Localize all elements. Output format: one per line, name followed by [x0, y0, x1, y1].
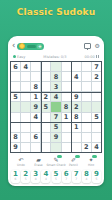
cell-r8c2[interactable]	[21, 133, 30, 142]
tool-smart-check[interactable]: ✎Smart Check	[48, 156, 64, 167]
cell-r9c5[interactable]	[51, 143, 60, 152]
cell-r8c3[interactable]: 6	[31, 133, 40, 142]
numpad-key-2[interactable]: 25	[21, 170, 30, 183]
cell-r4c2[interactable]	[21, 92, 30, 101]
cell-r6c3[interactable]: 4	[31, 113, 40, 122]
key-remaining-count: 5	[55, 178, 57, 182]
tool-badge	[92, 155, 97, 158]
timer-group: 00:00	[85, 55, 99, 59]
cell-r4c1[interactable]: 5	[11, 92, 20, 101]
cell-r9c3[interactable]	[31, 143, 40, 152]
plus-icon[interactable]: +	[37, 44, 42, 49]
rewards-pill[interactable]: +	[17, 43, 44, 50]
cell-r9c2[interactable]	[21, 143, 30, 152]
cell-r8c1[interactable]: 8	[11, 133, 20, 142]
cell-r2c4[interactable]	[41, 72, 50, 81]
key-remaining-count: 8	[35, 178, 37, 182]
tool-label: Smart Check	[46, 163, 65, 167]
cell-r2c7[interactable]: 4	[72, 72, 81, 81]
cell-r4c6[interactable]	[62, 92, 71, 101]
pause-icon[interactable]	[96, 55, 99, 58]
cell-r9c1[interactable]: 9	[11, 143, 20, 152]
cell-r5c7[interactable]: 2	[72, 102, 81, 111]
cell-r2c1[interactable]	[11, 72, 20, 81]
box-separator	[71, 62, 72, 152]
cell-r3c5[interactable]: 3	[51, 82, 60, 91]
cell-r6c1[interactable]	[11, 113, 20, 122]
key-remaining-count: 5	[25, 178, 27, 182]
back-icon[interactable]: ‹	[12, 42, 15, 50]
numpad-key-4[interactable]: 44	[41, 170, 50, 183]
cell-r3c9[interactable]	[92, 82, 101, 91]
cell-r6c2[interactable]	[21, 113, 30, 122]
tool-label: Undo	[17, 163, 25, 167]
tool-label: Pencil	[69, 163, 78, 167]
timer-label: 00:00	[85, 55, 95, 59]
cell-r3c6[interactable]	[62, 82, 71, 91]
cell-r9c7[interactable]	[72, 143, 81, 152]
cell-r6c5[interactable]: 7	[51, 113, 60, 122]
key-remaining-count: 5	[96, 178, 98, 182]
difficulty-label: Easy	[17, 55, 25, 59]
cell-r7c6[interactable]	[62, 123, 71, 132]
cell-r8c8[interactable]	[82, 133, 91, 142]
key-remaining-count: 7	[75, 178, 77, 182]
settings-gear-icon[interactable]: ⚙	[95, 43, 100, 49]
undo-icon: ↶	[18, 156, 23, 163]
top-bar-icons: ⚙	[84, 43, 100, 49]
difficulty-icon	[13, 55, 16, 58]
number-pad: 162538445567778495	[8, 167, 104, 183]
numpad-key-9[interactable]: 95	[92, 170, 101, 183]
cell-r4c5[interactable]: 4	[51, 92, 60, 101]
cell-r5c1[interactable]	[11, 102, 20, 111]
cell-r5c4[interactable]: 5	[41, 102, 50, 111]
difficulty-group: Easy	[13, 55, 25, 59]
cell-r1c8[interactable]	[82, 62, 91, 71]
cell-r7c7[interactable]: 1	[72, 123, 81, 132]
cell-r5c5[interactable]	[51, 102, 60, 111]
key-remaining-count: 6	[15, 178, 17, 182]
key-remaining-count: 4	[45, 178, 47, 182]
cell-r7c8[interactable]	[82, 123, 91, 132]
box-separator	[11, 122, 101, 123]
key-remaining-count: 4	[85, 178, 87, 182]
tool-label: Erase	[34, 163, 42, 167]
cell-r5c8[interactable]	[82, 102, 91, 111]
tool-erase[interactable]: ▰Erase	[31, 156, 47, 167]
cell-r2c5[interactable]: 8	[51, 72, 60, 81]
tool-pencil[interactable]: ✐Pencil	[66, 156, 82, 167]
cell-r8c9[interactable]	[92, 133, 101, 142]
cell-r9c8[interactable]: 2	[82, 143, 91, 152]
promo-screen: Classic Sudoku ‹ + ⚙ Easy Mistakes: 0/3 …	[0, 0, 112, 200]
tool-badge	[57, 155, 62, 158]
numpad-key-3[interactable]: 38	[31, 170, 40, 183]
eraser-icon: ▰	[36, 156, 41, 163]
cell-r5c2[interactable]	[21, 102, 30, 111]
box-separator	[11, 92, 101, 93]
cell-r7c3[interactable]	[31, 123, 40, 132]
cell-r5c6[interactable]: 8	[62, 102, 71, 111]
numpad-key-7[interactable]: 77	[72, 170, 81, 183]
cell-r3c3[interactable]: 8	[31, 82, 40, 91]
tool-badge	[75, 155, 80, 158]
sudoku-grid: 647842835124995824718551869924	[11, 62, 101, 152]
cell-r6c7[interactable]: 8	[72, 113, 81, 122]
cell-r3c8[interactable]	[82, 82, 91, 91]
sudoku-board: 647842835124995824718551869924	[10, 61, 102, 153]
cell-r2c6[interactable]	[62, 72, 71, 81]
tool-hint[interactable]: ✦Hint	[83, 156, 99, 167]
cell-r7c2[interactable]	[21, 123, 30, 132]
cell-r9c9[interactable]: 4	[92, 143, 101, 152]
cell-r3c2[interactable]	[21, 82, 30, 91]
top-bar: ‹ + ⚙	[8, 36, 104, 52]
page-title: Classic Sudoku	[0, 7, 112, 17]
cell-r1c5[interactable]	[51, 62, 60, 71]
cell-r2c9[interactable]: 2	[92, 72, 101, 81]
cell-r7c9[interactable]	[92, 123, 101, 132]
cell-r1c7[interactable]	[72, 62, 81, 71]
cell-r8c5[interactable]: 9	[51, 133, 60, 142]
cell-r2c3[interactable]	[31, 72, 40, 81]
tool-bar: ↶Undo▰Erase✎Smart Check✐Pencil✦Hint	[8, 153, 104, 167]
cell-r4c4[interactable]: 2	[41, 92, 50, 101]
cell-r1c2[interactable]: 4	[21, 62, 30, 71]
cell-r1c3[interactable]	[31, 62, 40, 71]
cell-r7c5[interactable]: 5	[51, 123, 60, 132]
theme-icon[interactable]	[84, 43, 91, 49]
cell-r4c7[interactable]: 9	[72, 92, 81, 101]
status-bar: Easy Mistakes: 0/3 00:00	[8, 52, 104, 61]
cell-r6c8[interactable]	[82, 113, 91, 122]
cell-r4c9[interactable]	[92, 92, 101, 101]
numpad-key-1[interactable]: 16	[11, 170, 20, 183]
key-remaining-count: 7	[65, 178, 67, 182]
cell-r8c4[interactable]	[41, 133, 50, 142]
app-screenshot-card: ‹ + ⚙ Easy Mistakes: 0/3 00:00	[8, 36, 104, 186]
numpad-key-5[interactable]: 55	[52, 170, 61, 183]
cell-r3c4[interactable]	[41, 82, 50, 91]
cell-r6c9[interactable]: 5	[92, 113, 101, 122]
mistakes-label: Mistakes: 0/3	[43, 55, 66, 59]
cell-r3c7[interactable]	[72, 82, 81, 91]
cell-r2c2[interactable]	[21, 72, 30, 81]
numpad-key-8[interactable]: 84	[82, 170, 91, 183]
cell-r2c8[interactable]	[82, 72, 91, 81]
cell-r5c3[interactable]: 9	[31, 102, 40, 111]
cell-r8c6[interactable]	[62, 133, 71, 142]
cell-r7c1[interactable]	[11, 123, 20, 132]
cell-r6c4[interactable]	[41, 113, 50, 122]
cell-r1c9[interactable]: 7	[92, 62, 101, 71]
cell-r9c6[interactable]	[62, 143, 71, 152]
cell-r4c8[interactable]	[82, 92, 91, 101]
cell-r8c7[interactable]	[72, 133, 81, 142]
cell-r1c4[interactable]	[41, 62, 50, 71]
cell-r4c3[interactable]: 1	[31, 92, 40, 101]
cell-r6c6[interactable]: 1	[62, 113, 71, 122]
cell-r1c6[interactable]	[62, 62, 71, 71]
tool-undo[interactable]: ↶Undo	[13, 156, 29, 167]
cell-r9c4[interactable]	[41, 143, 50, 152]
rewards-progress	[27, 45, 36, 48]
box-separator	[41, 62, 42, 152]
numpad-key-6[interactable]: 67	[62, 170, 71, 183]
cell-r5c9[interactable]	[92, 102, 101, 111]
trophy-icon	[19, 43, 25, 49]
cell-r3c1[interactable]	[11, 82, 20, 91]
tool-label: Hint	[88, 163, 94, 167]
cell-r1c1[interactable]: 6	[11, 62, 20, 71]
cell-r7c4[interactable]	[41, 123, 50, 132]
